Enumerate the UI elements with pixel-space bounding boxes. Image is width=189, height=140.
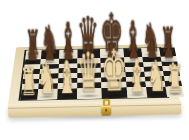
- piece-white-rook[interactable]: ♜: [166, 62, 184, 96]
- square-f1[interactable]: ♝: [126, 87, 147, 98]
- chess-set: ♜♞♝♛♚♝♞♜♟♟♟♟♟♟♟♟♟♟♟♟♟♟♟♟♜♞♝♛♚♝♞♜: [0, 0, 189, 140]
- square-c1[interactable]: ♝: [57, 88, 78, 99]
- piece-white-knight[interactable]: ♞: [37, 59, 57, 99]
- board-grid: ♜♞♝♛♚♝♞♜♟♟♟♟♟♟♟♟♟♟♟♟♟♟♟♟♜♞♝♛♚♝♞♜: [18, 47, 169, 101]
- square-g1[interactable]: ♞: [146, 87, 167, 98]
- square-e1[interactable]: ♚: [101, 87, 127, 98]
- product-photo-scene: ♜♞♝♛♚♝♞♜♟♟♟♟♟♟♟♟♟♟♟♟♟♟♟♟♜♞♝♛♚♝♞♜: [0, 0, 189, 140]
- piece-white-bishop[interactable]: ♝: [126, 55, 147, 96]
- brass-clasp-icon: [100, 99, 113, 115]
- square-b1[interactable]: ♞: [37, 89, 57, 100]
- piece-white-rook[interactable]: ♜: [20, 65, 38, 99]
- box-lid-seam: [8, 104, 181, 109]
- piece-white-king[interactable]: ♚: [100, 45, 127, 97]
- piece-white-knight[interactable]: ♞: [147, 57, 167, 97]
- square-h1[interactable]: ♜: [166, 86, 185, 97]
- square-d1[interactable]: ♛: [77, 88, 101, 99]
- piece-white-bishop[interactable]: ♝: [56, 57, 77, 98]
- clasp-keyhole: [105, 109, 107, 112]
- piece-white-queen[interactable]: ♛: [76, 49, 101, 98]
- board-lid-top: ♜♞♝♛♚♝♞♜♟♟♟♟♟♟♟♟♟♟♟♟♟♟♟♟♜♞♝♛♚♝♞♜: [8, 44, 180, 105]
- chess-board: ♜♞♝♛♚♝♞♜♟♟♟♟♟♟♟♟♟♟♟♟♟♟♟♟♜♞♝♛♚♝♞♜: [8, 44, 180, 105]
- square-a1[interactable]: ♜: [21, 89, 39, 100]
